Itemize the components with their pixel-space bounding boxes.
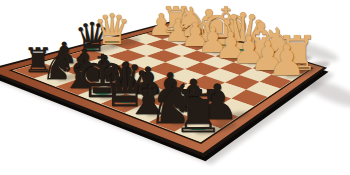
piece-white-pawn-a2: ♟	[266, 40, 308, 82]
chess-set-product-photo: ♛♛♜♟♟♜♞♟♟♞♝♟♟♝♚♟♟♚♛♟♝♟♟♛♞♟♟♜♝♟♟♞♟♜	[0, 0, 350, 175]
piece-black-rook-a8: ♜	[169, 83, 228, 142]
